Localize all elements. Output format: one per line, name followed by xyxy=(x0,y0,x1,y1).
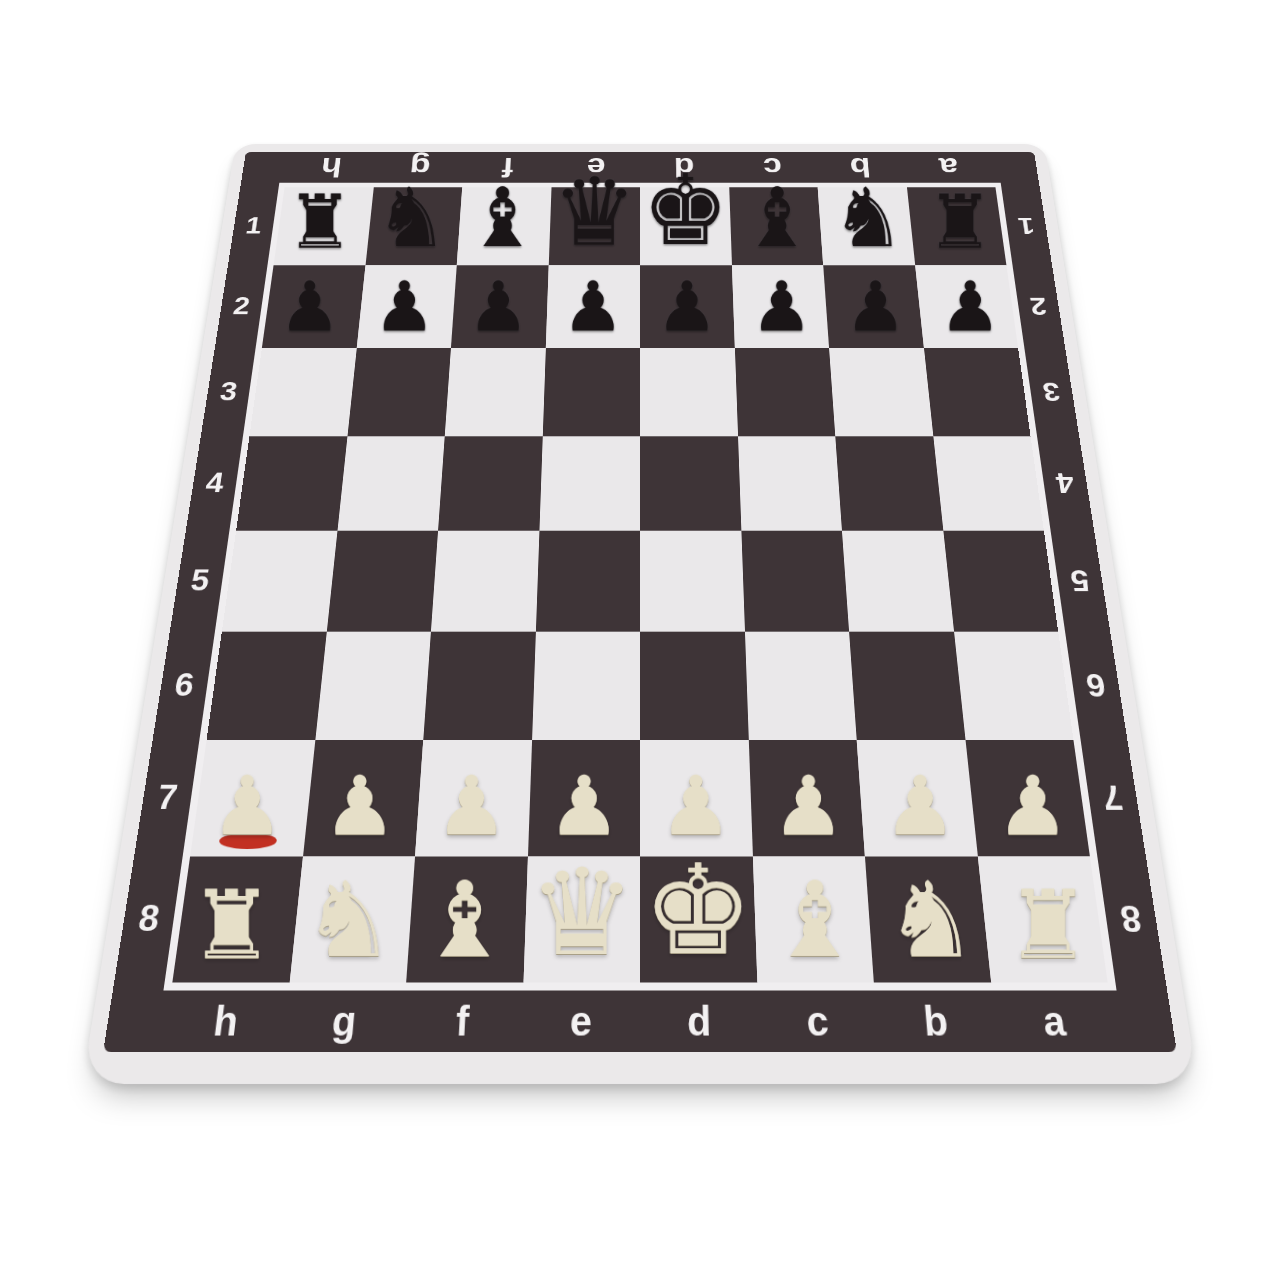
white-knight-g8[interactable]: ♞ xyxy=(302,868,396,972)
file-label-f: f xyxy=(401,990,523,1052)
black-rook-h1[interactable]: ♜ xyxy=(287,185,354,259)
file-label-d: d xyxy=(640,152,729,183)
file-label-c: c xyxy=(757,990,879,1052)
square-b4[interactable] xyxy=(835,436,943,530)
square-a4[interactable] xyxy=(933,436,1044,530)
square-g2[interactable]: ♟ xyxy=(356,265,456,348)
square-d2[interactable]: ♟ xyxy=(640,265,735,348)
square-e5[interactable] xyxy=(535,531,640,632)
file-label-d: d xyxy=(640,990,759,1052)
black-rook-a1[interactable]: ♜ xyxy=(927,185,994,259)
square-b5[interactable] xyxy=(842,531,954,632)
black-pawn-d2[interactable]: ♟ xyxy=(656,273,718,342)
square-e4[interactable] xyxy=(539,436,640,530)
square-b3[interactable] xyxy=(829,348,933,436)
square-f1[interactable]: ♝ xyxy=(457,187,551,265)
white-pawn-g7[interactable]: ♟ xyxy=(323,765,396,847)
white-rook-h8[interactable]: ♜ xyxy=(190,878,275,973)
square-e7[interactable]: ♟ xyxy=(528,740,640,857)
square-d3[interactable] xyxy=(640,348,738,436)
square-a2[interactable]: ♟ xyxy=(915,265,1018,348)
file-label-f: f xyxy=(463,152,553,183)
square-e6[interactable] xyxy=(532,632,640,740)
chess-mat: PINAR hgfedcba hgfedcba 12345678 1234567… xyxy=(82,144,1198,1084)
square-g4[interactable] xyxy=(337,436,445,530)
square-a8[interactable]: ♜ xyxy=(977,857,1107,983)
white-king-d8[interactable]: ♚ xyxy=(643,849,754,973)
board-frame: hgfedcba hgfedcba 12345678 12345678 ♜♞♝♛… xyxy=(103,152,1177,1052)
file-label-a: a xyxy=(903,152,995,183)
white-pawn-f7[interactable]: ♟ xyxy=(435,765,508,847)
square-a6[interactable] xyxy=(954,632,1074,740)
black-bishop-c1[interactable]: ♝ xyxy=(740,177,813,259)
black-pawn-e2[interactable]: ♟ xyxy=(562,273,624,342)
file-label-h: h xyxy=(162,990,288,1052)
square-d4[interactable] xyxy=(640,436,741,530)
square-c2[interactable]: ♟ xyxy=(732,265,829,348)
file-labels-bottom: hgfedcba xyxy=(162,990,1117,1052)
file-label-e: e xyxy=(551,152,640,183)
square-c5[interactable] xyxy=(741,531,849,632)
square-b1[interactable]: ♞ xyxy=(818,187,915,265)
square-f3[interactable] xyxy=(445,348,546,436)
square-f7[interactable]: ♟ xyxy=(415,740,532,857)
board: ♜♞♝♛♚♝♞♜♟♟♟♟♟♟♟♟♟♟♟♟♟♟♟♟♜♞♝♛♚♝♞♜ xyxy=(172,187,1107,982)
square-e3[interactable] xyxy=(542,348,640,436)
square-h8[interactable]: ♜ xyxy=(172,857,302,983)
square-f6[interactable] xyxy=(423,632,535,740)
file-label-b: b xyxy=(874,990,998,1052)
square-c1[interactable]: ♝ xyxy=(729,187,823,265)
square-h4[interactable] xyxy=(236,436,347,530)
square-e8[interactable]: ♛ xyxy=(523,857,640,983)
black-pawn-a2[interactable]: ♟ xyxy=(939,273,1001,342)
file-label-c: c xyxy=(728,152,818,183)
white-pawn-c7[interactable]: ♟ xyxy=(772,765,845,847)
square-f2[interactable]: ♟ xyxy=(451,265,548,348)
square-h2[interactable]: ♟ xyxy=(262,265,365,348)
square-d7[interactable]: ♟ xyxy=(640,740,752,857)
square-g6[interactable] xyxy=(315,632,431,740)
square-b6[interactable] xyxy=(849,632,965,740)
file-label-h: h xyxy=(285,152,377,183)
square-e2[interactable]: ♟ xyxy=(545,265,640,348)
white-bishop-f8[interactable]: ♝ xyxy=(418,868,512,972)
white-rook-a8[interactable]: ♜ xyxy=(1005,878,1090,973)
white-pawn-e7[interactable]: ♟ xyxy=(547,765,620,847)
square-d8[interactable]: ♚ xyxy=(640,857,757,983)
white-bishop-c8[interactable]: ♝ xyxy=(768,868,862,972)
black-pawn-b2[interactable]: ♟ xyxy=(845,273,907,342)
square-h3[interactable] xyxy=(249,348,356,436)
square-g7[interactable]: ♟ xyxy=(303,740,424,857)
square-h6[interactable] xyxy=(207,632,327,740)
black-pawn-c2[interactable]: ♟ xyxy=(751,273,813,342)
square-a7[interactable]: ♟ xyxy=(965,740,1090,857)
square-h7[interactable]: ♟ xyxy=(190,740,315,857)
square-e1[interactable]: ♛ xyxy=(548,187,640,265)
photo-scene: PINAR hgfedcba hgfedcba 12345678 1234567… xyxy=(0,0,1280,1280)
square-c7[interactable]: ♟ xyxy=(748,740,865,857)
white-pawn-a7[interactable]: ♟ xyxy=(996,765,1069,847)
square-c3[interactable] xyxy=(735,348,836,436)
square-h5[interactable] xyxy=(222,531,337,632)
black-knight-b1[interactable]: ♞ xyxy=(832,177,905,259)
square-a5[interactable] xyxy=(943,531,1058,632)
square-g3[interactable] xyxy=(347,348,451,436)
file-label-a: a xyxy=(992,990,1118,1052)
square-d5[interactable] xyxy=(640,531,745,632)
square-c6[interactable] xyxy=(745,632,857,740)
square-g1[interactable]: ♞ xyxy=(365,187,462,265)
black-pawn-f2[interactable]: ♟ xyxy=(468,273,530,342)
board-gutter: ♜♞♝♛♚♝♞♜♟♟♟♟♟♟♟♟♟♟♟♟♟♟♟♟♜♞♝♛♚♝♞♜ xyxy=(163,183,1116,991)
square-g5[interactable] xyxy=(326,531,438,632)
file-label-e: e xyxy=(521,990,640,1052)
square-b2[interactable]: ♟ xyxy=(823,265,923,348)
black-pawn-h2[interactable]: ♟ xyxy=(279,273,341,342)
square-d1[interactable]: ♚ xyxy=(640,187,732,265)
square-c4[interactable] xyxy=(738,436,842,530)
file-label-g: g xyxy=(374,152,465,183)
white-knight-b8[interactable]: ♞ xyxy=(885,868,979,972)
square-d6[interactable] xyxy=(640,632,748,740)
square-a1[interactable]: ♜ xyxy=(907,187,1007,265)
square-f5[interactable] xyxy=(431,531,539,632)
white-pawn-h7[interactable]: ♟ xyxy=(211,765,284,847)
square-b8[interactable]: ♞ xyxy=(865,857,991,983)
square-b7[interactable]: ♟ xyxy=(857,740,978,857)
square-h1[interactable]: ♜ xyxy=(274,187,374,265)
square-f4[interactable] xyxy=(438,436,542,530)
square-f8[interactable]: ♝ xyxy=(406,857,527,983)
square-g8[interactable]: ♞ xyxy=(289,857,415,983)
white-pawn-b7[interactable]: ♟ xyxy=(884,765,957,847)
square-c8[interactable]: ♝ xyxy=(752,857,873,983)
white-queen-e8[interactable]: ♛ xyxy=(528,852,636,972)
white-pawn-d7[interactable]: ♟ xyxy=(659,765,732,847)
black-bishop-f1[interactable]: ♝ xyxy=(466,177,539,259)
black-pawn-g2[interactable]: ♟ xyxy=(373,273,435,342)
file-labels-top: hgfedcba xyxy=(285,152,995,183)
black-knight-g1[interactable]: ♞ xyxy=(375,177,448,259)
file-label-g: g xyxy=(282,990,406,1052)
file-label-b: b xyxy=(815,152,906,183)
square-a3[interactable] xyxy=(924,348,1031,436)
